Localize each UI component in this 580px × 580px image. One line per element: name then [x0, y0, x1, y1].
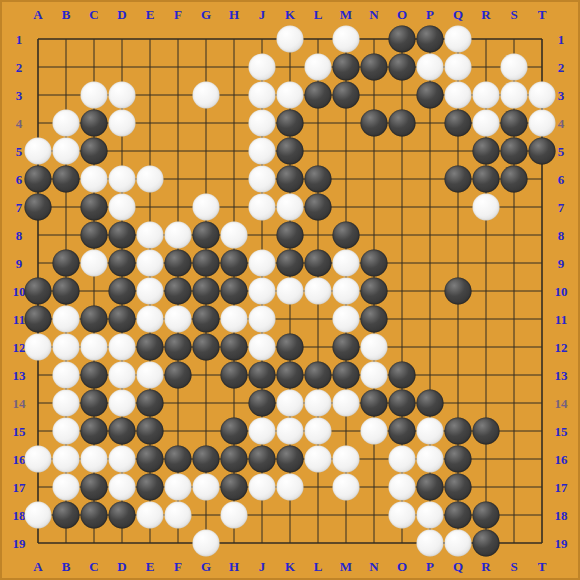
white-stone-L2 — [305, 54, 332, 81]
col-label-bottom-E: E — [146, 560, 155, 573]
row-label-right-8: 8 — [558, 229, 565, 242]
white-stone-M16 — [333, 446, 360, 473]
white-stone-A5 — [25, 138, 52, 165]
black-stone-N4 — [361, 110, 388, 137]
col-label-bottom-P: P — [426, 560, 434, 573]
col-label-top-K: K — [285, 8, 295, 21]
white-stone-M11 — [333, 306, 360, 333]
white-stone-C9 — [81, 250, 108, 277]
black-stone-C4 — [81, 110, 108, 137]
row-label-left-11: 11 — [13, 313, 25, 326]
col-label-top-T: T — [538, 8, 547, 21]
white-stone-T3 — [529, 82, 556, 109]
black-stone-G9 — [193, 250, 220, 277]
black-stone-H10 — [221, 278, 248, 305]
black-stone-K16 — [277, 446, 304, 473]
row-label-left-2: 2 — [16, 61, 23, 74]
col-label-bottom-S: S — [510, 560, 517, 573]
black-stone-K9 — [277, 250, 304, 277]
white-stone-P15 — [417, 418, 444, 445]
col-label-bottom-M: M — [340, 560, 352, 573]
row-label-left-7: 7 — [16, 201, 23, 214]
white-stone-E18 — [137, 502, 164, 529]
black-stone-P17 — [417, 474, 444, 501]
white-stone-L14 — [305, 390, 332, 417]
black-stone-O15 — [389, 418, 416, 445]
white-stone-P19 — [417, 530, 444, 557]
row-label-right-11: 11 — [555, 313, 567, 326]
black-stone-M13 — [333, 362, 360, 389]
row-label-right-3: 3 — [558, 89, 565, 102]
row-label-right-19: 19 — [555, 537, 568, 550]
black-stone-C8 — [81, 222, 108, 249]
col-label-top-A: A — [33, 8, 42, 21]
black-stone-Q18 — [445, 502, 472, 529]
white-stone-A18 — [25, 502, 52, 529]
black-stone-K12 — [277, 334, 304, 361]
white-stone-S2 — [501, 54, 528, 81]
col-label-bottom-D: D — [117, 560, 126, 573]
white-stone-Q2 — [445, 54, 472, 81]
white-stone-Q19 — [445, 530, 472, 557]
white-stone-H8 — [221, 222, 248, 249]
white-stone-G17 — [193, 474, 220, 501]
black-stone-C17 — [81, 474, 108, 501]
col-label-bottom-F: F — [174, 560, 182, 573]
black-stone-N10 — [361, 278, 388, 305]
row-label-right-18: 18 — [555, 509, 568, 522]
white-stone-D3 — [109, 82, 136, 109]
black-stone-G12 — [193, 334, 220, 361]
col-label-top-S: S — [510, 8, 517, 21]
white-stone-E11 — [137, 306, 164, 333]
col-label-top-P: P — [426, 8, 434, 21]
white-stone-D13 — [109, 362, 136, 389]
white-stone-L16 — [305, 446, 332, 473]
white-stone-J12 — [249, 334, 276, 361]
row-label-left-9: 9 — [16, 257, 23, 270]
white-stone-O16 — [389, 446, 416, 473]
white-stone-D4 — [109, 110, 136, 137]
black-stone-A6 — [25, 166, 52, 193]
col-label-top-N: N — [369, 8, 378, 21]
white-stone-S3 — [501, 82, 528, 109]
white-stone-E10 — [137, 278, 164, 305]
col-label-bottom-B: B — [62, 560, 71, 573]
black-stone-H15 — [221, 418, 248, 445]
black-stone-O13 — [389, 362, 416, 389]
row-label-right-9: 9 — [558, 257, 565, 270]
black-stone-R15 — [473, 418, 500, 445]
row-label-right-10: 10 — [555, 285, 568, 298]
white-stone-J2 — [249, 54, 276, 81]
row-label-right-5: 5 — [558, 145, 565, 158]
black-stone-N14 — [361, 390, 388, 417]
white-stone-B11 — [53, 306, 80, 333]
row-label-left-4: 4 — [16, 117, 23, 130]
col-label-bottom-G: G — [201, 560, 211, 573]
white-stone-K10 — [277, 278, 304, 305]
white-stone-Q3 — [445, 82, 472, 109]
white-stone-B12 — [53, 334, 80, 361]
col-label-top-G: G — [201, 8, 211, 21]
white-stone-P2 — [417, 54, 444, 81]
black-stone-O4 — [389, 110, 416, 137]
white-stone-G19 — [193, 530, 220, 557]
col-label-bottom-H: H — [229, 560, 239, 573]
black-stone-A7 — [25, 194, 52, 221]
black-stone-Q10 — [445, 278, 472, 305]
row-label-right-16: 16 — [555, 453, 568, 466]
black-stone-N11 — [361, 306, 388, 333]
col-label-top-D: D — [117, 8, 126, 21]
black-stone-D10 — [109, 278, 136, 305]
white-stone-O17 — [389, 474, 416, 501]
black-stone-Q4 — [445, 110, 472, 137]
white-stone-H18 — [221, 502, 248, 529]
black-stone-P1 — [417, 26, 444, 53]
white-stone-K14 — [277, 390, 304, 417]
col-label-top-L: L — [314, 8, 323, 21]
black-stone-S5 — [501, 138, 528, 165]
white-stone-J11 — [249, 306, 276, 333]
black-stone-J13 — [249, 362, 276, 389]
white-stone-F8 — [165, 222, 192, 249]
black-stone-O1 — [389, 26, 416, 53]
row-label-left-5: 5 — [16, 145, 23, 158]
row-label-right-4: 4 — [558, 117, 565, 130]
black-stone-L9 — [305, 250, 332, 277]
black-stone-M8 — [333, 222, 360, 249]
col-label-bottom-L: L — [314, 560, 323, 573]
black-stone-N2 — [361, 54, 388, 81]
white-stone-N13 — [361, 362, 388, 389]
row-label-left-1: 1 — [16, 33, 23, 46]
white-stone-E9 — [137, 250, 164, 277]
black-stone-R5 — [473, 138, 500, 165]
black-stone-E15 — [137, 418, 164, 445]
white-stone-Q1 — [445, 26, 472, 53]
white-stone-D12 — [109, 334, 136, 361]
black-stone-Q6 — [445, 166, 472, 193]
white-stone-B14 — [53, 390, 80, 417]
col-label-bottom-C: C — [89, 560, 98, 573]
white-stone-G7 — [193, 194, 220, 221]
white-stone-C6 — [81, 166, 108, 193]
black-stone-R6 — [473, 166, 500, 193]
white-stone-M10 — [333, 278, 360, 305]
col-label-top-B: B — [62, 8, 71, 21]
white-stone-D7 — [109, 194, 136, 221]
white-stone-B15 — [53, 418, 80, 445]
black-stone-G10 — [193, 278, 220, 305]
row-label-right-14: 14 — [555, 397, 568, 410]
row-label-right-1: 1 — [558, 33, 565, 46]
black-stone-M3 — [333, 82, 360, 109]
white-stone-K15 — [277, 418, 304, 445]
black-stone-E16 — [137, 446, 164, 473]
white-stone-B16 — [53, 446, 80, 473]
white-stone-B17 — [53, 474, 80, 501]
white-stone-R3 — [473, 82, 500, 109]
white-stone-J5 — [249, 138, 276, 165]
white-stone-L10 — [305, 278, 332, 305]
black-stone-F9 — [165, 250, 192, 277]
black-stone-N9 — [361, 250, 388, 277]
black-stone-G11 — [193, 306, 220, 333]
black-stone-R19 — [473, 530, 500, 557]
col-label-top-F: F — [174, 8, 182, 21]
black-stone-L3 — [305, 82, 332, 109]
black-stone-G16 — [193, 446, 220, 473]
white-stone-J15 — [249, 418, 276, 445]
white-stone-K3 — [277, 82, 304, 109]
black-stone-A10 — [25, 278, 52, 305]
white-stone-B5 — [53, 138, 80, 165]
row-label-right-6: 6 — [558, 173, 565, 186]
white-stone-O18 — [389, 502, 416, 529]
white-stone-C16 — [81, 446, 108, 473]
black-stone-H17 — [221, 474, 248, 501]
white-stone-D6 — [109, 166, 136, 193]
black-stone-Q16 — [445, 446, 472, 473]
black-stone-F13 — [165, 362, 192, 389]
row-label-left-3: 3 — [16, 89, 23, 102]
white-stone-J9 — [249, 250, 276, 277]
white-stone-A16 — [25, 446, 52, 473]
black-stone-E14 — [137, 390, 164, 417]
row-label-right-12: 12 — [555, 341, 568, 354]
white-stone-K1 — [277, 26, 304, 53]
row-label-right-7: 7 — [558, 201, 565, 214]
black-stone-C7 — [81, 194, 108, 221]
row-label-right-17: 17 — [555, 481, 568, 494]
black-stone-O2 — [389, 54, 416, 81]
white-stone-E13 — [137, 362, 164, 389]
black-stone-H9 — [221, 250, 248, 277]
col-label-top-C: C — [89, 8, 98, 21]
white-stone-C12 — [81, 334, 108, 361]
black-stone-C18 — [81, 502, 108, 529]
white-stone-J17 — [249, 474, 276, 501]
row-label-left-6: 6 — [16, 173, 23, 186]
black-stone-S6 — [501, 166, 528, 193]
white-stone-T4 — [529, 110, 556, 137]
black-stone-L7 — [305, 194, 332, 221]
black-stone-M2 — [333, 54, 360, 81]
row-label-right-2: 2 — [558, 61, 565, 74]
black-stone-L13 — [305, 362, 332, 389]
black-stone-F12 — [165, 334, 192, 361]
black-stone-K4 — [277, 110, 304, 137]
col-label-top-R: R — [481, 8, 490, 21]
black-stone-C15 — [81, 418, 108, 445]
go-board[interactable]: AABBCCDDEEFFGGHHJJKKLLMMNNOOPPQQRRSSTT11… — [0, 0, 580, 580]
col-label-top-E: E — [146, 8, 155, 21]
white-stone-M17 — [333, 474, 360, 501]
col-label-bottom-T: T — [538, 560, 547, 573]
black-stone-P14 — [417, 390, 444, 417]
black-stone-O14 — [389, 390, 416, 417]
white-stone-E8 — [137, 222, 164, 249]
col-label-bottom-R: R — [481, 560, 490, 573]
black-stone-E17 — [137, 474, 164, 501]
white-stone-R4 — [473, 110, 500, 137]
black-stone-B9 — [53, 250, 80, 277]
col-label-bottom-Q: Q — [453, 560, 463, 573]
white-stone-P16 — [417, 446, 444, 473]
white-stone-K17 — [277, 474, 304, 501]
white-stone-A12 — [25, 334, 52, 361]
white-stone-G3 — [193, 82, 220, 109]
col-label-bottom-K: K — [285, 560, 295, 573]
white-stone-D14 — [109, 390, 136, 417]
black-stone-D15 — [109, 418, 136, 445]
black-stone-D18 — [109, 502, 136, 529]
row-label-left-13: 13 — [13, 369, 26, 382]
col-label-bottom-N: N — [369, 560, 378, 573]
black-stone-L6 — [305, 166, 332, 193]
white-stone-M1 — [333, 26, 360, 53]
black-stone-R18 — [473, 502, 500, 529]
black-stone-K6 — [277, 166, 304, 193]
black-stone-Q15 — [445, 418, 472, 445]
col-label-top-Q: Q — [453, 8, 463, 21]
white-stone-M14 — [333, 390, 360, 417]
black-stone-B18 — [53, 502, 80, 529]
row-label-right-13: 13 — [555, 369, 568, 382]
black-stone-E12 — [137, 334, 164, 361]
black-stone-T5 — [529, 138, 556, 165]
row-label-left-19: 19 — [13, 537, 26, 550]
white-stone-R7 — [473, 194, 500, 221]
row-label-left-8: 8 — [16, 229, 23, 242]
black-stone-H12 — [221, 334, 248, 361]
white-stone-E6 — [137, 166, 164, 193]
white-stone-N15 — [361, 418, 388, 445]
black-stone-M12 — [333, 334, 360, 361]
white-stone-J3 — [249, 82, 276, 109]
col-label-top-O: O — [397, 8, 407, 21]
white-stone-L15 — [305, 418, 332, 445]
col-label-bottom-O: O — [397, 560, 407, 573]
col-label-top-M: M — [340, 8, 352, 21]
black-stone-D9 — [109, 250, 136, 277]
white-stone-B4 — [53, 110, 80, 137]
white-stone-N12 — [361, 334, 388, 361]
white-stone-D17 — [109, 474, 136, 501]
row-label-left-17: 17 — [13, 481, 26, 494]
white-stone-M9 — [333, 250, 360, 277]
white-stone-F17 — [165, 474, 192, 501]
black-stone-J16 — [249, 446, 276, 473]
black-stone-J14 — [249, 390, 276, 417]
black-stone-F10 — [165, 278, 192, 305]
col-label-bottom-J: J — [259, 560, 266, 573]
black-stone-B10 — [53, 278, 80, 305]
black-stone-K13 — [277, 362, 304, 389]
row-label-right-15: 15 — [555, 425, 568, 438]
black-stone-D11 — [109, 306, 136, 333]
white-stone-B13 — [53, 362, 80, 389]
white-stone-J7 — [249, 194, 276, 221]
black-stone-F16 — [165, 446, 192, 473]
white-stone-P18 — [417, 502, 444, 529]
black-stone-C13 — [81, 362, 108, 389]
black-stone-C14 — [81, 390, 108, 417]
black-stone-C11 — [81, 306, 108, 333]
black-stone-C5 — [81, 138, 108, 165]
black-stone-A11 — [25, 306, 52, 333]
black-stone-S4 — [501, 110, 528, 137]
black-stone-H16 — [221, 446, 248, 473]
black-stone-G8 — [193, 222, 220, 249]
col-label-bottom-A: A — [33, 560, 42, 573]
black-stone-D8 — [109, 222, 136, 249]
white-stone-H11 — [221, 306, 248, 333]
white-stone-F18 — [165, 502, 192, 529]
white-stone-C3 — [81, 82, 108, 109]
col-label-top-J: J — [259, 8, 266, 21]
col-label-top-H: H — [229, 8, 239, 21]
white-stone-D16 — [109, 446, 136, 473]
black-stone-B6 — [53, 166, 80, 193]
white-stone-K7 — [277, 194, 304, 221]
white-stone-J10 — [249, 278, 276, 305]
white-stone-J6 — [249, 166, 276, 193]
row-label-left-15: 15 — [13, 425, 26, 438]
black-stone-P3 — [417, 82, 444, 109]
black-stone-K8 — [277, 222, 304, 249]
black-stone-Q17 — [445, 474, 472, 501]
white-stone-F11 — [165, 306, 192, 333]
black-stone-K5 — [277, 138, 304, 165]
white-stone-J4 — [249, 110, 276, 137]
black-stone-H13 — [221, 362, 248, 389]
row-label-left-14: 14 — [13, 397, 26, 410]
